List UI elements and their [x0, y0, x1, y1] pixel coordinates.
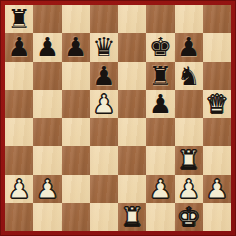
square-d1[interactable]: [90, 203, 118, 231]
square-f1[interactable]: [146, 203, 174, 231]
square-g4[interactable]: [175, 118, 203, 146]
square-g8[interactable]: [175, 5, 203, 33]
square-c3[interactable]: [62, 146, 90, 174]
square-f4[interactable]: [146, 118, 174, 146]
square-c6[interactable]: [62, 62, 90, 90]
square-b7[interactable]: ♟: [33, 33, 61, 61]
square-g3[interactable]: ♜: [175, 146, 203, 174]
square-f2[interactable]: ♟: [146, 175, 174, 203]
square-h5[interactable]: ♛: [203, 90, 231, 118]
piece-white-pawn[interactable]: ♟: [203, 175, 231, 203]
piece-black-rook[interactable]: ♜: [146, 62, 174, 90]
square-d5[interactable]: ♟: [90, 90, 118, 118]
square-f5[interactable]: ♟: [146, 90, 174, 118]
square-g6[interactable]: ♞: [175, 62, 203, 90]
square-b3[interactable]: [33, 146, 61, 174]
square-a4[interactable]: [5, 118, 33, 146]
square-g5[interactable]: [175, 90, 203, 118]
square-b6[interactable]: [33, 62, 61, 90]
piece-white-pawn[interactable]: ♟: [90, 90, 118, 118]
square-e2[interactable]: [118, 175, 146, 203]
piece-black-pawn[interactable]: ♟: [146, 90, 174, 118]
piece-white-queen[interactable]: ♛: [203, 90, 231, 118]
piece-black-pawn[interactable]: ♟: [175, 33, 203, 61]
square-e4[interactable]: [118, 118, 146, 146]
square-a1[interactable]: [5, 203, 33, 231]
square-d8[interactable]: [90, 5, 118, 33]
square-g2[interactable]: ♟: [175, 175, 203, 203]
square-a7[interactable]: ♟: [5, 33, 33, 61]
square-d3[interactable]: [90, 146, 118, 174]
square-c8[interactable]: [62, 5, 90, 33]
square-b1[interactable]: [33, 203, 61, 231]
piece-white-pawn[interactable]: ♟: [33, 175, 61, 203]
square-h1[interactable]: [203, 203, 231, 231]
square-a6[interactable]: [5, 62, 33, 90]
chess-board: ♜♟♟♟♛♚♟♟♜♞♟♟♛♜♟♟♟♟♟♜♚: [5, 5, 231, 231]
square-c7[interactable]: ♟: [62, 33, 90, 61]
square-d6[interactable]: ♟: [90, 62, 118, 90]
square-f7[interactable]: ♚: [146, 33, 174, 61]
square-a8[interactable]: ♜: [5, 5, 33, 33]
square-e3[interactable]: [118, 146, 146, 174]
square-c2[interactable]: [62, 175, 90, 203]
piece-black-pawn[interactable]: ♟: [5, 33, 33, 61]
square-h8[interactable]: [203, 5, 231, 33]
piece-black-knight[interactable]: ♞: [175, 62, 203, 90]
piece-black-rook[interactable]: ♜: [5, 5, 33, 33]
square-b5[interactable]: [33, 90, 61, 118]
square-f6[interactable]: ♜: [146, 62, 174, 90]
square-f3[interactable]: [146, 146, 174, 174]
piece-white-king[interactable]: ♚: [175, 203, 203, 231]
square-f8[interactable]: [146, 5, 174, 33]
piece-black-queen[interactable]: ♛: [90, 33, 118, 61]
square-b8[interactable]: [33, 5, 61, 33]
board-frame: ♜♟♟♟♛♚♟♟♜♞♟♟♛♜♟♟♟♟♟♜♚: [0, 0, 236, 236]
piece-white-pawn[interactable]: ♟: [5, 175, 33, 203]
piece-white-pawn[interactable]: ♟: [146, 175, 174, 203]
square-b2[interactable]: ♟: [33, 175, 61, 203]
square-g1[interactable]: ♚: [175, 203, 203, 231]
square-d4[interactable]: [90, 118, 118, 146]
square-a3[interactable]: [5, 146, 33, 174]
piece-black-pawn[interactable]: ♟: [33, 33, 61, 61]
piece-white-rook[interactable]: ♜: [118, 203, 146, 231]
square-c1[interactable]: [62, 203, 90, 231]
piece-black-pawn[interactable]: ♟: [90, 62, 118, 90]
square-e8[interactable]: [118, 5, 146, 33]
square-a2[interactable]: ♟: [5, 175, 33, 203]
piece-black-pawn[interactable]: ♟: [62, 33, 90, 61]
square-g7[interactable]: ♟: [175, 33, 203, 61]
piece-white-pawn[interactable]: ♟: [175, 175, 203, 203]
square-b4[interactable]: [33, 118, 61, 146]
square-a5[interactable]: [5, 90, 33, 118]
square-c5[interactable]: [62, 90, 90, 118]
square-d7[interactable]: ♛: [90, 33, 118, 61]
square-c4[interactable]: [62, 118, 90, 146]
square-d2[interactable]: [90, 175, 118, 203]
square-e6[interactable]: [118, 62, 146, 90]
square-e1[interactable]: ♜: [118, 203, 146, 231]
square-e5[interactable]: [118, 90, 146, 118]
square-e7[interactable]: [118, 33, 146, 61]
square-h2[interactable]: ♟: [203, 175, 231, 203]
square-h3[interactable]: [203, 146, 231, 174]
square-h6[interactable]: [203, 62, 231, 90]
piece-black-king[interactable]: ♚: [146, 33, 174, 61]
piece-white-rook[interactable]: ♜: [175, 146, 203, 174]
square-h4[interactable]: [203, 118, 231, 146]
square-h7[interactable]: [203, 33, 231, 61]
